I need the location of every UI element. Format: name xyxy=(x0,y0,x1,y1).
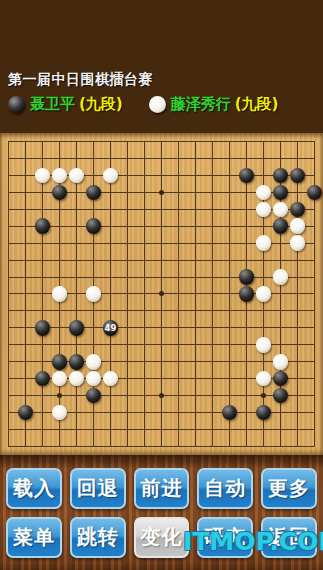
board-cell[interactable] xyxy=(34,421,51,438)
board-cell[interactable] xyxy=(204,302,221,319)
board-cell[interactable] xyxy=(289,370,306,387)
board-cell[interactable] xyxy=(17,167,34,184)
board-cell[interactable] xyxy=(136,269,153,286)
board-cell[interactable] xyxy=(204,336,221,353)
board-cell[interactable] xyxy=(255,201,272,218)
board-cell[interactable] xyxy=(85,438,102,455)
board-cell[interactable] xyxy=(255,387,272,404)
board-cell[interactable] xyxy=(153,336,170,353)
board-cell[interactable] xyxy=(102,336,119,353)
board-cell[interactable] xyxy=(51,167,68,184)
board-cell[interactable] xyxy=(289,353,306,370)
board-cell[interactable] xyxy=(204,252,221,269)
board-cell[interactable] xyxy=(221,404,238,421)
board-cell[interactable] xyxy=(85,167,102,184)
board-cell[interactable] xyxy=(204,286,221,303)
board-cell[interactable] xyxy=(68,184,85,201)
board-cell[interactable] xyxy=(85,184,102,201)
board-cell[interactable] xyxy=(68,286,85,303)
board-cell[interactable] xyxy=(221,336,238,353)
board-cell[interactable] xyxy=(119,201,136,218)
board-cell[interactable] xyxy=(119,336,136,353)
board-cell[interactable] xyxy=(289,218,306,235)
board-cell[interactable] xyxy=(272,404,289,421)
board-cell[interactable] xyxy=(306,302,323,319)
board-cell[interactable] xyxy=(170,235,187,252)
board-cell[interactable] xyxy=(153,184,170,201)
board-cell[interactable] xyxy=(102,201,119,218)
board-cell[interactable] xyxy=(85,336,102,353)
board-cell[interactable] xyxy=(136,336,153,353)
board-cell[interactable] xyxy=(85,421,102,438)
board-cell[interactable] xyxy=(272,184,289,201)
board-cell[interactable] xyxy=(306,218,323,235)
board-cell[interactable] xyxy=(102,286,119,303)
board-cell[interactable] xyxy=(272,302,289,319)
board-cell[interactable] xyxy=(204,421,221,438)
board-cell[interactable] xyxy=(204,404,221,421)
board-cell[interactable] xyxy=(102,269,119,286)
undo-button[interactable]: 回退 xyxy=(70,468,126,509)
board-cell[interactable] xyxy=(85,133,102,150)
board-cell[interactable] xyxy=(17,370,34,387)
board-cell[interactable] xyxy=(272,370,289,387)
board-cell[interactable] xyxy=(289,421,306,438)
more-button[interactable]: 更多 xyxy=(261,468,317,509)
board-cell[interactable] xyxy=(255,319,272,336)
board-cell[interactable] xyxy=(34,319,51,336)
board-cell[interactable] xyxy=(272,252,289,269)
board-cell[interactable] xyxy=(289,201,306,218)
board-cell[interactable] xyxy=(119,269,136,286)
board-cell[interactable] xyxy=(221,150,238,167)
board-cell[interactable] xyxy=(51,404,68,421)
board-cell[interactable] xyxy=(34,404,51,421)
board-cell[interactable] xyxy=(0,184,17,201)
board-cell[interactable] xyxy=(238,218,255,235)
board-cell[interactable] xyxy=(306,421,323,438)
board-cell[interactable] xyxy=(153,252,170,269)
board-cell[interactable] xyxy=(153,218,170,235)
board-cell[interactable] xyxy=(170,269,187,286)
board-cell[interactable] xyxy=(255,269,272,286)
board-cell[interactable] xyxy=(204,319,221,336)
board-cell[interactable] xyxy=(153,319,170,336)
board-cell[interactable] xyxy=(51,302,68,319)
board-cell[interactable] xyxy=(136,319,153,336)
board-cell[interactable] xyxy=(17,353,34,370)
board-cell[interactable] xyxy=(187,201,204,218)
board-cell[interactable] xyxy=(34,336,51,353)
board-cell[interactable] xyxy=(0,438,17,455)
board-cell[interactable] xyxy=(17,438,34,455)
board-cell[interactable] xyxy=(306,184,323,201)
board-cell[interactable] xyxy=(238,421,255,438)
board-cell[interactable] xyxy=(170,421,187,438)
board-cell[interactable] xyxy=(119,235,136,252)
board-cell[interactable] xyxy=(170,133,187,150)
board-cell[interactable] xyxy=(289,184,306,201)
board-cell[interactable] xyxy=(102,218,119,235)
board-cell[interactable] xyxy=(238,404,255,421)
board-cell[interactable] xyxy=(187,252,204,269)
board-cell[interactable] xyxy=(136,438,153,455)
board-cell[interactable] xyxy=(238,252,255,269)
board-cell[interactable] xyxy=(85,370,102,387)
board-cell[interactable] xyxy=(221,353,238,370)
board-cell[interactable] xyxy=(102,133,119,150)
board-cell[interactable] xyxy=(0,286,17,303)
board-cell[interactable] xyxy=(204,133,221,150)
board-cell[interactable] xyxy=(289,167,306,184)
board-cell[interactable] xyxy=(221,184,238,201)
board-cell[interactable] xyxy=(34,201,51,218)
board-cell[interactable] xyxy=(238,269,255,286)
board-cell[interactable] xyxy=(85,404,102,421)
board-cell[interactable] xyxy=(221,235,238,252)
board-cell[interactable] xyxy=(153,404,170,421)
board-cell[interactable] xyxy=(238,235,255,252)
board-cell[interactable] xyxy=(187,302,204,319)
board-cell[interactable] xyxy=(68,269,85,286)
board-cell[interactable] xyxy=(136,150,153,167)
board-cell[interactable] xyxy=(272,167,289,184)
board-cell[interactable] xyxy=(255,404,272,421)
board-cell[interactable] xyxy=(255,421,272,438)
board-cell[interactable] xyxy=(204,150,221,167)
board-cell[interactable] xyxy=(85,387,102,404)
board-cell[interactable] xyxy=(136,286,153,303)
board-cell[interactable] xyxy=(289,404,306,421)
board-cell[interactable] xyxy=(187,404,204,421)
board-cell[interactable] xyxy=(306,404,323,421)
board-cell[interactable] xyxy=(119,150,136,167)
board-cell[interactable] xyxy=(187,269,204,286)
jump-button[interactable]: 跳转 xyxy=(70,517,126,558)
board-cell[interactable] xyxy=(170,319,187,336)
board-cell[interactable] xyxy=(102,421,119,438)
board-cell[interactable] xyxy=(136,302,153,319)
board-cell[interactable] xyxy=(0,404,17,421)
board-cell[interactable] xyxy=(170,404,187,421)
board-cell[interactable] xyxy=(51,286,68,303)
board-cell[interactable] xyxy=(289,133,306,150)
board-cell[interactable] xyxy=(51,252,68,269)
board-cell[interactable] xyxy=(187,421,204,438)
board-cell[interactable] xyxy=(289,438,306,455)
board-cell[interactable] xyxy=(153,370,170,387)
board-cell[interactable] xyxy=(306,235,323,252)
board-cell[interactable] xyxy=(119,438,136,455)
board-cell[interactable] xyxy=(136,167,153,184)
board-cell[interactable] xyxy=(272,235,289,252)
board-cell[interactable] xyxy=(17,286,34,303)
board-cell[interactable] xyxy=(17,235,34,252)
forward-button[interactable]: 前进 xyxy=(134,468,190,509)
board-cell[interactable] xyxy=(238,150,255,167)
board-cell[interactable] xyxy=(204,235,221,252)
board-cell[interactable] xyxy=(102,235,119,252)
board-cell[interactable] xyxy=(170,252,187,269)
board-cell[interactable] xyxy=(187,286,204,303)
board-cell[interactable] xyxy=(51,235,68,252)
board-cell[interactable] xyxy=(170,336,187,353)
board-cell[interactable] xyxy=(272,269,289,286)
board-cell[interactable] xyxy=(34,353,51,370)
board-cell[interactable] xyxy=(34,184,51,201)
board-cell[interactable] xyxy=(85,302,102,319)
board-cell[interactable] xyxy=(136,218,153,235)
board-cell[interactable] xyxy=(34,286,51,303)
board-cell[interactable] xyxy=(0,370,17,387)
board-cell[interactable] xyxy=(204,269,221,286)
board-cell[interactable] xyxy=(221,438,238,455)
board-cell[interactable] xyxy=(187,336,204,353)
board-cell[interactable] xyxy=(306,286,323,303)
board-cell[interactable] xyxy=(68,302,85,319)
board-cell[interactable] xyxy=(221,167,238,184)
board-cell[interactable] xyxy=(204,438,221,455)
menu-button[interactable]: 菜单 xyxy=(6,517,62,558)
board-cell[interactable] xyxy=(238,184,255,201)
board-cell[interactable] xyxy=(17,269,34,286)
board-cell[interactable] xyxy=(102,370,119,387)
board-cell[interactable] xyxy=(68,421,85,438)
board-cell[interactable] xyxy=(34,167,51,184)
board-cell[interactable] xyxy=(289,269,306,286)
board-cell[interactable] xyxy=(187,184,204,201)
board-cell[interactable] xyxy=(306,353,323,370)
board-cell[interactable] xyxy=(170,218,187,235)
board-cell[interactable] xyxy=(68,167,85,184)
board-cell[interactable] xyxy=(68,218,85,235)
board-cell[interactable] xyxy=(119,252,136,269)
board-cell[interactable] xyxy=(17,421,34,438)
board-cell[interactable] xyxy=(119,133,136,150)
board-cell[interactable] xyxy=(204,387,221,404)
board-cell[interactable] xyxy=(0,336,17,353)
board-cell[interactable] xyxy=(170,370,187,387)
board-cell[interactable] xyxy=(255,252,272,269)
board-cell[interactable] xyxy=(153,387,170,404)
board-cell[interactable] xyxy=(255,438,272,455)
board-cell[interactable] xyxy=(221,387,238,404)
board-cell[interactable] xyxy=(272,150,289,167)
board-cell[interactable] xyxy=(68,353,85,370)
board-cell[interactable] xyxy=(187,218,204,235)
board-cell[interactable] xyxy=(17,218,34,235)
board-cell[interactable] xyxy=(34,387,51,404)
board-cell[interactable] xyxy=(102,353,119,370)
board-cell[interactable] xyxy=(272,201,289,218)
board-cell[interactable] xyxy=(102,404,119,421)
board-cell[interactable] xyxy=(136,235,153,252)
board-cell[interactable] xyxy=(153,167,170,184)
board-cell[interactable] xyxy=(34,218,51,235)
board-cell[interactable] xyxy=(17,201,34,218)
board-cell[interactable] xyxy=(306,150,323,167)
board-cell[interactable] xyxy=(34,150,51,167)
board-cell[interactable] xyxy=(306,438,323,455)
board-cell[interactable] xyxy=(102,438,119,455)
board-cell[interactable] xyxy=(119,370,136,387)
board-cell[interactable] xyxy=(153,302,170,319)
board-cell[interactable] xyxy=(170,184,187,201)
board-cell[interactable] xyxy=(289,319,306,336)
board-cell[interactable] xyxy=(238,319,255,336)
board-cell[interactable] xyxy=(68,387,85,404)
board-cell[interactable] xyxy=(289,387,306,404)
board-cell[interactable] xyxy=(34,133,51,150)
board-cell[interactable] xyxy=(221,201,238,218)
board-cell[interactable] xyxy=(272,421,289,438)
board-cell[interactable] xyxy=(187,353,204,370)
board-cell[interactable] xyxy=(0,269,17,286)
board-cell[interactable] xyxy=(272,286,289,303)
board-cell[interactable] xyxy=(238,201,255,218)
board-cell[interactable] xyxy=(51,269,68,286)
board-cell[interactable] xyxy=(51,201,68,218)
board-cell[interactable] xyxy=(136,252,153,269)
board-cell[interactable] xyxy=(204,167,221,184)
board-cell[interactable] xyxy=(170,387,187,404)
board-cell[interactable] xyxy=(306,167,323,184)
board-cell[interactable] xyxy=(136,184,153,201)
board-cell[interactable] xyxy=(187,133,204,150)
board-cell[interactable] xyxy=(306,252,323,269)
board-cell[interactable] xyxy=(119,184,136,201)
board-cell[interactable] xyxy=(255,133,272,150)
board-cell[interactable] xyxy=(68,319,85,336)
board-cell[interactable] xyxy=(68,150,85,167)
board-cell[interactable] xyxy=(221,286,238,303)
board-cell[interactable] xyxy=(0,252,17,269)
board-cell[interactable] xyxy=(51,370,68,387)
board-cell[interactable] xyxy=(153,421,170,438)
board-cell[interactable] xyxy=(34,235,51,252)
board-cell[interactable] xyxy=(153,201,170,218)
board-cell[interactable] xyxy=(170,353,187,370)
board-cell[interactable] xyxy=(153,438,170,455)
board-cell[interactable] xyxy=(306,319,323,336)
board-cell[interactable] xyxy=(34,269,51,286)
board-cell[interactable] xyxy=(102,150,119,167)
board-cell[interactable] xyxy=(51,421,68,438)
board-cell[interactable] xyxy=(170,302,187,319)
board-cell[interactable] xyxy=(187,150,204,167)
board-cell[interactable] xyxy=(68,370,85,387)
board-cell[interactable] xyxy=(272,387,289,404)
board-cell[interactable] xyxy=(119,404,136,421)
board-cell[interactable] xyxy=(34,252,51,269)
board-cell[interactable] xyxy=(238,370,255,387)
board-cell[interactable] xyxy=(187,370,204,387)
board-cell[interactable] xyxy=(289,252,306,269)
board-cell[interactable] xyxy=(306,336,323,353)
board-cell[interactable] xyxy=(204,218,221,235)
board-cell[interactable] xyxy=(255,150,272,167)
board-cell[interactable] xyxy=(306,387,323,404)
board-cell[interactable] xyxy=(136,353,153,370)
board-cell[interactable] xyxy=(68,404,85,421)
board-cell[interactable] xyxy=(85,218,102,235)
board-cell[interactable] xyxy=(136,201,153,218)
board-cell[interactable] xyxy=(272,218,289,235)
board-cell[interactable] xyxy=(17,150,34,167)
board-cell[interactable] xyxy=(119,353,136,370)
board-cell[interactable] xyxy=(238,286,255,303)
board-cell[interactable] xyxy=(221,370,238,387)
board-cell[interactable] xyxy=(187,319,204,336)
board-cell[interactable] xyxy=(102,252,119,269)
board-cell[interactable] xyxy=(238,133,255,150)
board-cell[interactable] xyxy=(289,150,306,167)
board-cell[interactable] xyxy=(17,404,34,421)
board-cell[interactable] xyxy=(51,218,68,235)
board-cell[interactable] xyxy=(119,319,136,336)
board-cell[interactable] xyxy=(119,167,136,184)
board-cell[interactable] xyxy=(136,404,153,421)
board-cell[interactable] xyxy=(68,438,85,455)
board-cell[interactable] xyxy=(17,252,34,269)
board-cell[interactable] xyxy=(221,319,238,336)
board-cell[interactable] xyxy=(306,370,323,387)
board-cell[interactable] xyxy=(255,235,272,252)
board-cell[interactable] xyxy=(85,353,102,370)
board-cell[interactable] xyxy=(153,269,170,286)
board-cell[interactable] xyxy=(306,201,323,218)
board-cell[interactable] xyxy=(272,438,289,455)
board-cell[interactable] xyxy=(238,387,255,404)
board-cell[interactable] xyxy=(51,336,68,353)
board-cell[interactable] xyxy=(17,336,34,353)
board-cell[interactable] xyxy=(17,319,34,336)
board-cell[interactable] xyxy=(306,133,323,150)
board-cell[interactable] xyxy=(51,387,68,404)
board-cell[interactable] xyxy=(238,438,255,455)
board-cell[interactable] xyxy=(221,421,238,438)
board-cell[interactable] xyxy=(68,235,85,252)
board-cell[interactable] xyxy=(170,150,187,167)
board-cell[interactable] xyxy=(0,319,17,336)
board-cell[interactable] xyxy=(289,286,306,303)
board-cell[interactable] xyxy=(289,302,306,319)
board-cell[interactable] xyxy=(0,302,17,319)
board-cell[interactable] xyxy=(306,269,323,286)
board-cell[interactable] xyxy=(102,167,119,184)
board-cell[interactable] xyxy=(0,421,17,438)
board-cell[interactable] xyxy=(119,421,136,438)
board-cell[interactable] xyxy=(17,387,34,404)
variation-button[interactable]: 变化 xyxy=(134,517,190,558)
board-cell[interactable] xyxy=(119,286,136,303)
board-cell[interactable] xyxy=(187,387,204,404)
board-cell[interactable] xyxy=(153,235,170,252)
board-cell[interactable] xyxy=(85,235,102,252)
board-cell[interactable] xyxy=(17,133,34,150)
board-cell[interactable] xyxy=(255,218,272,235)
board-cell[interactable] xyxy=(221,269,238,286)
board-cell[interactable] xyxy=(85,286,102,303)
board-cell[interactable] xyxy=(51,353,68,370)
board-cell[interactable] xyxy=(0,133,17,150)
board-cell[interactable] xyxy=(0,218,17,235)
board-cell[interactable] xyxy=(102,184,119,201)
board-cell[interactable] xyxy=(51,438,68,455)
board-cell[interactable] xyxy=(0,353,17,370)
board-cell[interactable] xyxy=(272,336,289,353)
board-cell[interactable] xyxy=(136,421,153,438)
